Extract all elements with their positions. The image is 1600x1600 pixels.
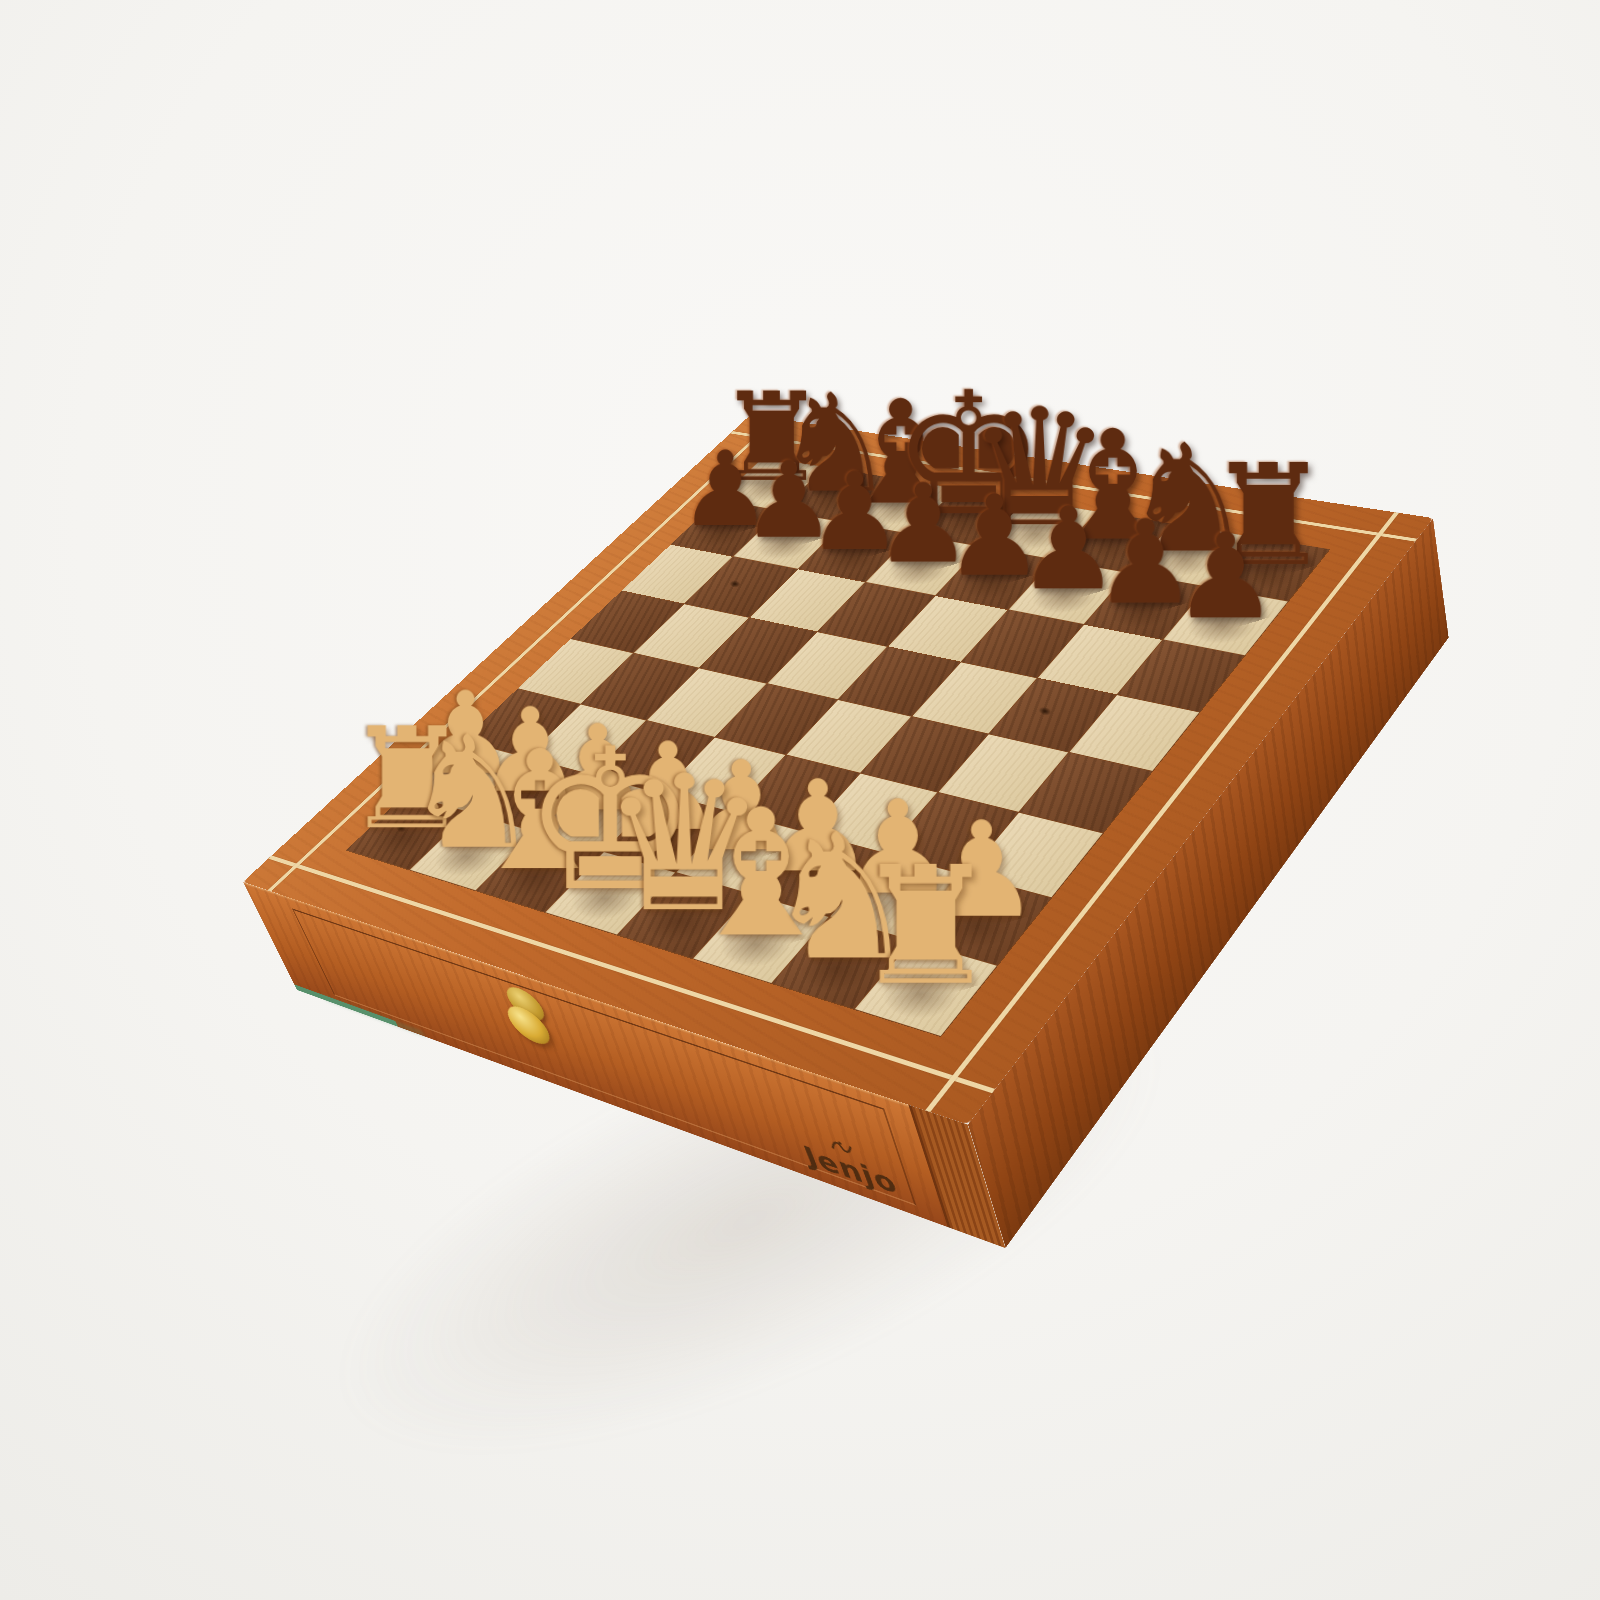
black-pawn-glyph: ♟ — [1173, 517, 1279, 635]
square-a1: ♜ — [855, 941, 997, 1036]
chess-box: ♜♞♝♚♛♝♞♜♟♟♟♟♟♟♟♟♟♟♟♟♟♟♟♟♜♞♝♚♛♝♞♜ Jenjo — [243, 415, 1433, 1125]
white-rook-glyph: ♜ — [853, 845, 999, 1008]
photo-background: ♜♞♝♚♛♝♞♜♟♟♟♟♟♟♟♟♟♟♟♟♟♟♟♟♜♞♝♚♛♝♞♜ Jenjo — [0, 0, 1600, 1600]
square-a7: ♟ — [1164, 587, 1288, 655]
